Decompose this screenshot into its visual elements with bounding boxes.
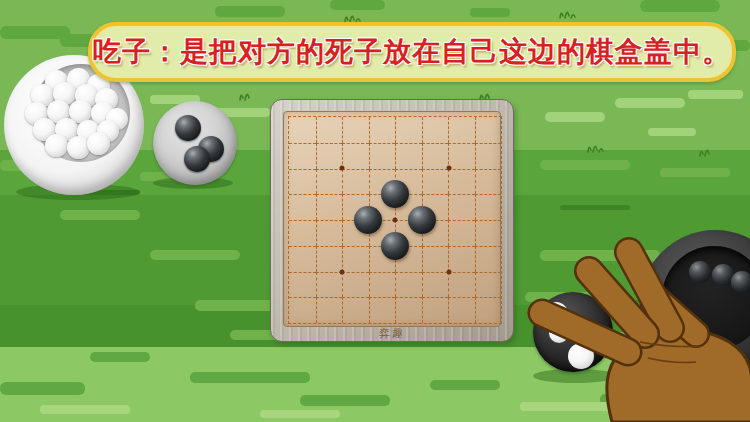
tutorial-banner: 吃子：是把对方的死子放在自己这边的棋盒盖中。 [88,22,736,82]
black-go-stone[interactable] [381,180,409,208]
white-stone [67,136,90,159]
black-stone [175,115,201,141]
star-point [446,166,451,171]
board-logo: 弈趣 [271,326,513,341]
black-go-stone[interactable] [354,206,382,234]
white-stone [45,134,68,157]
black-go-stone[interactable] [381,232,409,260]
hand-illustration [500,230,750,422]
star-point [339,270,344,275]
star-point [393,218,398,223]
black-go-stone[interactable] [408,206,436,234]
board-stones-layer [288,116,502,324]
star-point [446,270,451,275]
go-board[interactable]: 弈趣 [270,99,514,342]
gray-lid-stones [153,101,237,185]
white-stone [87,132,110,155]
gray-lid-captured-black-stones[interactable] [153,101,237,185]
black-stone [184,146,210,172]
tutorial-banner-text: 吃子：是把对方的死子放在自己这边的棋盒盖中。 [93,33,731,71]
star-point [339,166,344,171]
